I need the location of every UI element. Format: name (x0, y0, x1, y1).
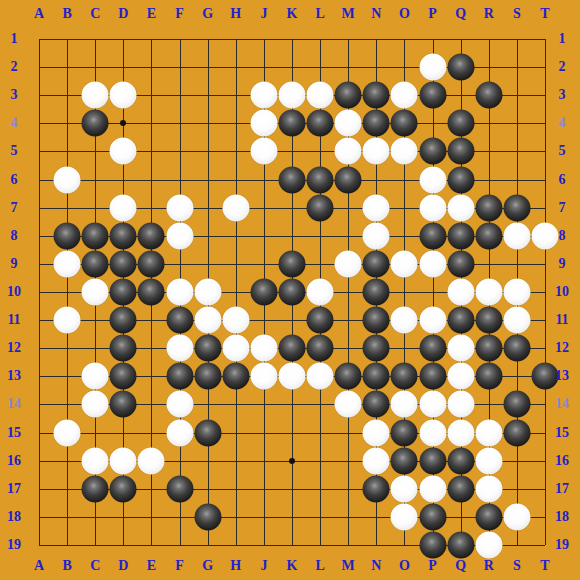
black-stone (475, 82, 502, 109)
white-stone (54, 166, 81, 193)
white-stone (110, 194, 137, 221)
column-label-top: C (90, 7, 100, 21)
black-stone (475, 363, 502, 390)
black-stone (447, 166, 474, 193)
row-label-right: 16 (555, 454, 569, 468)
row-label-left: 2 (11, 60, 18, 74)
black-stone (279, 110, 306, 137)
black-stone (54, 222, 81, 249)
black-stone (447, 250, 474, 277)
black-stone (391, 110, 418, 137)
row-label-left: 8 (11, 229, 18, 243)
grid-line-horizontal (39, 517, 545, 518)
black-stone (335, 166, 362, 193)
black-stone (82, 475, 109, 502)
row-label-right: 12 (555, 341, 569, 355)
black-stone (363, 82, 390, 109)
row-label-left: 13 (7, 369, 21, 383)
black-stone (279, 335, 306, 362)
white-stone (82, 82, 109, 109)
column-label-bottom: T (540, 559, 549, 573)
row-label-right: 5 (559, 144, 566, 158)
black-stone (447, 307, 474, 334)
black-stone (391, 419, 418, 446)
black-stone (194, 503, 221, 530)
row-label-right: 7 (559, 201, 566, 215)
black-stone (110, 222, 137, 249)
black-stone (503, 194, 530, 221)
row-label-left: 14 (7, 397, 21, 411)
column-label-top: L (315, 7, 324, 21)
white-stone (166, 391, 193, 418)
row-label-right: 17 (555, 482, 569, 496)
white-stone (222, 194, 249, 221)
row-label-left: 7 (11, 201, 18, 215)
white-stone (391, 475, 418, 502)
row-label-left: 10 (7, 285, 21, 299)
column-label-top: H (230, 7, 241, 21)
row-label-right: 9 (559, 257, 566, 271)
black-stone (503, 419, 530, 446)
column-label-top: Q (455, 7, 466, 21)
black-stone (166, 363, 193, 390)
white-stone (503, 503, 530, 530)
white-stone (82, 391, 109, 418)
black-stone (419, 532, 446, 559)
black-stone (82, 250, 109, 277)
black-stone (82, 222, 109, 249)
white-stone (391, 138, 418, 165)
black-stone (82, 110, 109, 137)
white-stone (419, 307, 446, 334)
row-label-right: 15 (555, 426, 569, 440)
white-stone (138, 447, 165, 474)
row-label-right: 8 (559, 229, 566, 243)
black-stone (363, 279, 390, 306)
black-stone (222, 363, 249, 390)
black-stone (503, 335, 530, 362)
black-stone (363, 335, 390, 362)
column-label-bottom: G (202, 559, 213, 573)
column-label-bottom: K (287, 559, 298, 573)
column-label-bottom: D (118, 559, 128, 573)
star-point (120, 120, 126, 126)
column-label-bottom: H (230, 559, 241, 573)
white-stone (419, 391, 446, 418)
black-stone (194, 363, 221, 390)
column-label-bottom: R (484, 559, 494, 573)
white-stone (503, 222, 530, 249)
column-label-top: M (342, 7, 355, 21)
black-stone (335, 363, 362, 390)
row-label-right: 1 (559, 32, 566, 46)
white-stone (391, 82, 418, 109)
black-stone (475, 194, 502, 221)
column-label-bottom: O (399, 559, 410, 573)
column-label-bottom: J (260, 559, 267, 573)
black-stone (138, 279, 165, 306)
white-stone (335, 250, 362, 277)
black-stone (391, 447, 418, 474)
black-stone (307, 166, 334, 193)
row-label-right: 19 (555, 538, 569, 552)
white-stone (475, 532, 502, 559)
black-stone (307, 194, 334, 221)
white-stone (419, 166, 446, 193)
white-stone (503, 307, 530, 334)
row-label-right: 14 (555, 397, 569, 411)
row-label-left: 18 (7, 510, 21, 524)
white-stone (475, 279, 502, 306)
black-stone (475, 335, 502, 362)
black-stone (419, 363, 446, 390)
white-stone (307, 279, 334, 306)
black-stone (110, 279, 137, 306)
white-stone (363, 138, 390, 165)
white-stone (391, 503, 418, 530)
column-label-top: D (118, 7, 128, 21)
white-stone (54, 419, 81, 446)
row-label-left: 11 (7, 313, 20, 327)
column-label-bottom: A (34, 559, 44, 573)
white-stone (54, 250, 81, 277)
white-stone (447, 419, 474, 446)
white-stone (194, 307, 221, 334)
black-stone (419, 335, 446, 362)
column-label-top: P (428, 7, 437, 21)
column-label-top: F (175, 7, 184, 21)
column-label-top: J (260, 7, 267, 21)
black-stone (335, 82, 362, 109)
column-label-top: G (202, 7, 213, 21)
white-stone (447, 194, 474, 221)
white-stone (419, 54, 446, 81)
black-stone (475, 222, 502, 249)
black-stone (279, 279, 306, 306)
white-stone (82, 363, 109, 390)
white-stone (363, 222, 390, 249)
column-label-top: S (513, 7, 521, 21)
white-stone (419, 194, 446, 221)
column-label-bottom: E (147, 559, 156, 573)
column-label-top: R (484, 7, 494, 21)
white-stone (166, 279, 193, 306)
white-stone (447, 335, 474, 362)
white-stone (82, 447, 109, 474)
white-stone (279, 363, 306, 390)
white-stone (447, 279, 474, 306)
black-stone (363, 475, 390, 502)
column-label-bottom: F (175, 559, 184, 573)
white-stone (363, 419, 390, 446)
black-stone (447, 110, 474, 137)
column-label-top: B (62, 7, 71, 21)
white-stone (222, 307, 249, 334)
row-label-left: 5 (11, 144, 18, 158)
white-stone (363, 447, 390, 474)
white-stone (54, 307, 81, 334)
white-stone (335, 391, 362, 418)
black-stone (307, 110, 334, 137)
black-stone (138, 250, 165, 277)
black-stone (503, 391, 530, 418)
black-stone (475, 503, 502, 530)
go-board-screen: AA11BB22CC33DD44EE55FF66GG77HH88JJ99KK10… (0, 0, 580, 580)
black-stone (307, 335, 334, 362)
white-stone (335, 138, 362, 165)
row-label-right: 10 (555, 285, 569, 299)
black-stone (363, 363, 390, 390)
row-label-left: 19 (7, 538, 21, 552)
white-stone (110, 82, 137, 109)
row-label-left: 4 (11, 116, 18, 130)
black-stone (166, 307, 193, 334)
white-stone (166, 419, 193, 446)
black-stone (419, 222, 446, 249)
column-label-top: O (399, 7, 410, 21)
white-stone (307, 82, 334, 109)
black-stone (363, 250, 390, 277)
black-stone (391, 363, 418, 390)
row-label-left: 15 (7, 426, 21, 440)
black-stone (475, 307, 502, 334)
black-stone (138, 222, 165, 249)
white-stone (166, 194, 193, 221)
black-stone (307, 307, 334, 334)
row-label-left: 17 (7, 482, 21, 496)
white-stone (194, 279, 221, 306)
column-label-bottom: M (342, 559, 355, 573)
column-label-bottom: P (428, 559, 437, 573)
black-stone (447, 532, 474, 559)
column-label-bottom: L (315, 559, 324, 573)
white-stone (503, 279, 530, 306)
column-label-top: N (371, 7, 381, 21)
black-stone (447, 54, 474, 81)
white-stone (447, 391, 474, 418)
white-stone (419, 250, 446, 277)
black-stone (279, 250, 306, 277)
column-label-bottom: Q (455, 559, 466, 573)
grid-line-vertical (545, 39, 546, 545)
white-stone (475, 475, 502, 502)
black-stone (419, 82, 446, 109)
black-stone (363, 391, 390, 418)
black-stone (447, 222, 474, 249)
black-stone (419, 503, 446, 530)
row-label-right: 13 (555, 369, 569, 383)
white-stone (363, 194, 390, 221)
row-label-right: 18 (555, 510, 569, 524)
black-stone (194, 335, 221, 362)
black-stone (363, 110, 390, 137)
row-label-right: 3 (559, 88, 566, 102)
black-stone (110, 475, 137, 502)
white-stone (475, 419, 502, 446)
row-label-left: 6 (11, 173, 18, 187)
white-stone (307, 363, 334, 390)
black-stone (250, 279, 277, 306)
row-label-left: 3 (11, 88, 18, 102)
white-stone (110, 447, 137, 474)
white-stone (279, 82, 306, 109)
column-label-top: A (34, 7, 44, 21)
white-stone (250, 138, 277, 165)
white-stone (250, 110, 277, 137)
black-stone (110, 335, 137, 362)
white-stone (222, 335, 249, 362)
column-label-top: K (287, 7, 298, 21)
column-label-bottom: C (90, 559, 100, 573)
white-stone (250, 82, 277, 109)
row-label-right: 2 (559, 60, 566, 74)
white-stone (110, 138, 137, 165)
row-label-right: 6 (559, 173, 566, 187)
white-stone (82, 279, 109, 306)
white-stone (391, 250, 418, 277)
white-stone (532, 222, 559, 249)
white-stone (250, 363, 277, 390)
white-stone (391, 391, 418, 418)
white-stone (250, 335, 277, 362)
column-label-bottom: S (513, 559, 521, 573)
white-stone (335, 110, 362, 137)
black-stone (194, 419, 221, 446)
row-label-right: 4 (559, 116, 566, 130)
column-label-top: E (147, 7, 156, 21)
black-stone (419, 138, 446, 165)
row-label-left: 12 (7, 341, 21, 355)
black-stone (110, 307, 137, 334)
column-label-bottom: N (371, 559, 381, 573)
black-stone (447, 475, 474, 502)
white-stone (166, 222, 193, 249)
black-stone (419, 447, 446, 474)
row-label-left: 1 (11, 32, 18, 46)
column-label-top: T (540, 7, 549, 21)
white-stone (391, 307, 418, 334)
black-stone (447, 447, 474, 474)
row-label-left: 9 (11, 257, 18, 271)
white-stone (419, 475, 446, 502)
black-stone (279, 166, 306, 193)
row-label-right: 11 (555, 313, 568, 327)
black-stone (110, 250, 137, 277)
white-stone (166, 335, 193, 362)
black-stone (166, 475, 193, 502)
white-stone (419, 419, 446, 446)
column-label-bottom: B (62, 559, 71, 573)
black-stone (110, 363, 137, 390)
row-label-left: 16 (7, 454, 21, 468)
black-stone (110, 391, 137, 418)
black-stone (363, 307, 390, 334)
star-point (289, 458, 295, 464)
white-stone (475, 447, 502, 474)
white-stone (447, 363, 474, 390)
black-stone (447, 138, 474, 165)
